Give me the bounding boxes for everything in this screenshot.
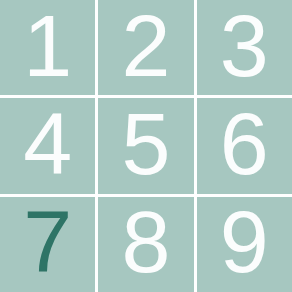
- cell-number: 3: [220, 2, 269, 90]
- cell-number: 6: [220, 100, 269, 188]
- grid-cell-r2c3[interactable]: 6: [197, 98, 292, 193]
- cell-number: 1: [23, 2, 72, 90]
- grid-cell-r3c2[interactable]: 8: [98, 197, 193, 292]
- grid-cell-r1c1[interactable]: 1: [0, 0, 95, 95]
- grid-cell-r2c2[interactable]: 5: [98, 98, 193, 193]
- grid-cell-r3c3[interactable]: 9: [197, 197, 292, 292]
- grid-cell-r3c1[interactable]: 7: [0, 197, 95, 292]
- sudoku-board: 1 2 3 4 5 6 7 8 9: [0, 0, 292, 292]
- cell-number: 7: [23, 198, 72, 286]
- grid-cell-r1c2[interactable]: 2: [98, 0, 193, 95]
- grid-cell-r2c1[interactable]: 4: [0, 98, 95, 193]
- cell-number: 2: [122, 2, 171, 90]
- cell-number: 9: [220, 198, 269, 286]
- cell-number: 8: [122, 198, 171, 286]
- grid-cell-r1c3[interactable]: 3: [197, 0, 292, 95]
- cell-number: 4: [23, 100, 72, 188]
- cell-number: 5: [122, 100, 171, 188]
